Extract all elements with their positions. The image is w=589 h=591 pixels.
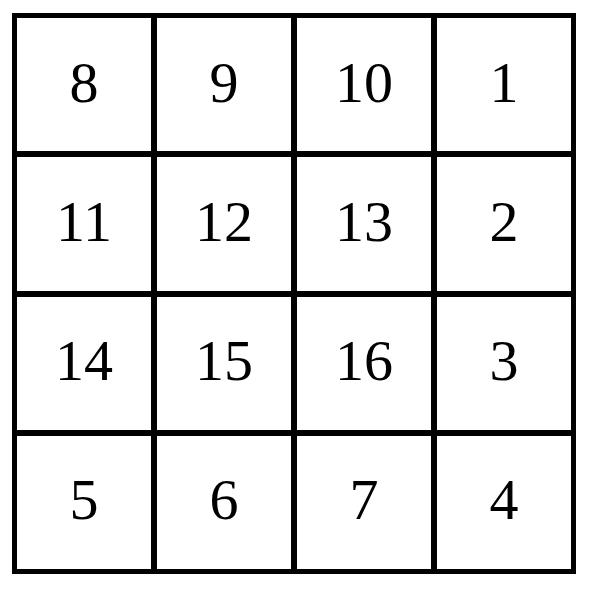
- cell-number: 5: [70, 471, 99, 529]
- grid-cell-r2c1: 11: [17, 157, 151, 290]
- grid-cell-r3c1: 14: [17, 297, 151, 430]
- cell-number: 13: [335, 193, 393, 251]
- grid-cell-r2c4: 2: [437, 157, 571, 290]
- cell-number: 9: [210, 54, 239, 112]
- grid-cell-r2c2: 12: [157, 157, 291, 290]
- grid-cell-r4c2: 6: [157, 436, 291, 569]
- grid-cell-r4c3: 7: [297, 436, 431, 569]
- grid-cell-r4c1: 5: [17, 436, 151, 569]
- grid-cell-r3c3: 16: [297, 297, 431, 430]
- grid-cell-r1c1: 8: [17, 18, 151, 151]
- cell-number: 6: [210, 471, 239, 529]
- cell-number: 11: [56, 193, 112, 251]
- cell-number: 10: [335, 54, 393, 112]
- grid-cell-r3c4: 3: [437, 297, 571, 430]
- cell-number: 16: [335, 332, 393, 390]
- cell-number: 2: [490, 193, 519, 251]
- grid-cell-r1c3: 10: [297, 18, 431, 151]
- grid-cell-r1c2: 9: [157, 18, 291, 151]
- cell-number: 15: [195, 332, 253, 390]
- cell-number: 7: [350, 471, 379, 529]
- grid-cell-r3c2: 15: [157, 297, 291, 430]
- cell-number: 12: [195, 193, 253, 251]
- cell-number: 3: [490, 332, 519, 390]
- grid-cell-r4c4: 4: [437, 436, 571, 569]
- grid-cell-r1c4: 1: [437, 18, 571, 151]
- cell-number: 1: [490, 54, 519, 112]
- cell-number: 4: [490, 471, 519, 529]
- number-grid-board: 8 9 10 1 11 12 13 2 14 15 16 3 5 6 7 4: [12, 13, 576, 574]
- cell-number: 8: [70, 54, 99, 112]
- grid-cell-r2c3: 13: [297, 157, 431, 290]
- cell-number: 14: [55, 332, 113, 390]
